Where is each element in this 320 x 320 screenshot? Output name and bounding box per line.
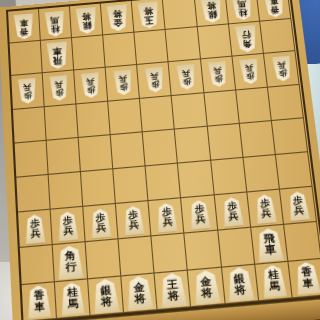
- cell-r5c7: [207, 124, 243, 161]
- piece-kanji: 銀 将: [206, 1, 217, 20]
- piece-kanji: 歩 兵: [293, 196, 305, 217]
- piece-white-pawn[interactable]: 歩 兵: [240, 59, 261, 85]
- cell-r3c8: 歩 兵: [232, 54, 268, 90]
- cell-r5c4: [111, 132, 146, 169]
- cell-r8c4: [119, 237, 155, 276]
- cell-r2c8: 角 行: [229, 22, 264, 57]
- piece-kanji: 歩 兵: [260, 199, 272, 220]
- piece-black-pawn[interactable]: 歩 兵: [123, 205, 145, 235]
- piece-kanji: 歩 兵: [150, 72, 160, 89]
- cell-r9c7: 銀 将: [222, 264, 259, 304]
- piece-kanji: 歩 兵: [95, 213, 106, 234]
- piece-kanji: 金 将: [200, 275, 213, 299]
- piece-kanji: 桂 馬: [237, 0, 248, 16]
- cell-r7c7: 歩 兵: [214, 193, 251, 231]
- cell-r7c2: 歩 兵: [50, 207, 85, 245]
- cell-r5c2: [46, 138, 81, 175]
- piece-kanji: 王 将: [167, 278, 180, 302]
- cell-r8c3: [86, 240, 122, 279]
- piece-black-rook[interactable]: 飛 車: [255, 227, 284, 262]
- piece-black-bishop[interactable]: 角 行: [56, 245, 84, 280]
- cell-r1c6: [163, 0, 197, 30]
- cell-r2c7: [197, 25, 232, 60]
- piece-white-pawn[interactable]: 歩 兵: [144, 67, 165, 93]
- piece-black-gold[interactable]: 金 将: [192, 269, 221, 304]
- cell-r3c9: 歩 兵: [264, 51, 300, 87]
- cell-r7c3: 歩 兵: [83, 204, 118, 242]
- piece-black-lance[interactable]: 香 車: [26, 285, 51, 319]
- piece-kanji: 銀 将: [81, 12, 91, 31]
- piece-white-silver[interactable]: 銀 将: [200, 0, 224, 24]
- piece-kanji: 銀 将: [234, 272, 247, 296]
- piece-kanji: 香 車: [269, 0, 280, 13]
- piece-white-lance[interactable]: 香 車: [13, 13, 34, 40]
- piece-black-silver[interactable]: 銀 将: [92, 278, 120, 314]
- piece-kanji: 角 行: [64, 250, 76, 273]
- piece-black-knight[interactable]: 桂 馬: [60, 282, 86, 316]
- cell-r8c5: [152, 234, 188, 273]
- piece-white-gold[interactable]: 金 将: [106, 4, 129, 32]
- piece-kanji: 金 将: [133, 281, 146, 305]
- piece-kanji: 玉 将: [144, 6, 155, 25]
- cell-r6c4: [113, 166, 148, 204]
- piece-kanji: 歩 兵: [213, 66, 223, 83]
- cell-r5c9: [272, 118, 309, 155]
- piece-kanji: 歩 兵: [30, 219, 41, 240]
- cell-r5c6: [175, 126, 211, 163]
- piece-white-lance[interactable]: 香 車: [262, 0, 285, 18]
- cell-r3c2: 歩 兵: [42, 71, 76, 107]
- cell-r9c6: 金 将: [188, 267, 225, 307]
- cell-r6c2: [48, 172, 83, 210]
- cell-r7c8: 歩 兵: [247, 190, 284, 228]
- piece-kanji: 飛 車: [263, 233, 276, 256]
- piece-black-knight[interactable]: 桂 馬: [260, 264, 287, 298]
- piece-black-gold[interactable]: 金 将: [125, 275, 153, 310]
- cell-r4c9: [268, 84, 304, 120]
- piece-kanji: 歩 兵: [128, 210, 139, 231]
- cell-r8c1: [19, 245, 54, 284]
- piece-kanji: 飛 車: [52, 46, 62, 65]
- piece-white-knight[interactable]: 桂 馬: [231, 0, 254, 20]
- cell-r7c5: 歩 兵: [149, 198, 185, 236]
- cell-r2c1: [9, 41, 42, 76]
- cell-r6c1: [16, 175, 51, 213]
- cell-r4c3: [76, 101, 110, 138]
- piece-kanji: 歩 兵: [118, 75, 128, 92]
- cell-r5c3: [79, 135, 114, 172]
- cell-r7c1: 歩 兵: [18, 210, 53, 249]
- cell-r9c4: 金 将: [121, 273, 157, 313]
- cell-r9c8: 桂 馬: [255, 261, 293, 301]
- cell-r7c6: 歩 兵: [182, 195, 218, 233]
- piece-kanji: 銀 将: [100, 284, 113, 308]
- cell-r6c3: [81, 169, 116, 207]
- cell-r2c4: [103, 33, 137, 68]
- cell-r2c6: [166, 27, 201, 62]
- piece-kanji: 歩 兵: [245, 63, 255, 80]
- cell-r1c3: 銀 将: [70, 4, 104, 39]
- cell-r6c7: [211, 158, 247, 196]
- cell-r4c8: [236, 87, 272, 123]
- piece-black-lance[interactable]: 香 車: [294, 261, 320, 295]
- piece-kanji: 香 車: [33, 290, 45, 313]
- cell-r2c5: [135, 30, 169, 65]
- cell-r7c9: 歩 兵: [280, 187, 317, 225]
- board-grid: 香 車桂 馬銀 将金 将玉 将銀 将桂 馬香 車飛 車角 行歩 兵歩 兵歩 兵歩…: [5, 0, 320, 320]
- piece-black-silver[interactable]: 銀 将: [226, 266, 255, 301]
- piece-kanji: 歩 兵: [86, 77, 95, 94]
- cell-r5c5: [143, 129, 178, 166]
- piece-white-silver[interactable]: 銀 将: [75, 7, 98, 35]
- cell-r9c2: 桂 馬: [55, 279, 91, 319]
- cell-r9c3: 銀 将: [88, 276, 124, 316]
- cell-r5c1: [14, 141, 48, 178]
- cell-r8c6: [185, 231, 222, 270]
- cell-r3c1: 歩 兵: [11, 74, 45, 110]
- cell-r3c4: 歩 兵: [106, 65, 140, 101]
- piece-white-pawn[interactable]: 歩 兵: [18, 78, 38, 104]
- piece-black-pawn[interactable]: 歩 兵: [254, 194, 277, 224]
- cell-r1c2: 桂 馬: [39, 6, 72, 41]
- board-tilt-wrapper: 香 車桂 馬銀 将金 将玉 将銀 将桂 馬香 車飛 車角 行歩 兵歩 兵歩 兵歩…: [0, 0, 320, 320]
- cell-r1c5: 玉 将: [132, 0, 166, 33]
- piece-kanji: 歩 兵: [23, 83, 32, 100]
- piece-white-rook[interactable]: 飛 車: [46, 42, 69, 70]
- cell-r1c1: 香 車: [8, 9, 41, 44]
- piece-kanji: 歩 兵: [62, 216, 73, 237]
- piece-white-pawn[interactable]: 歩 兵: [176, 65, 197, 91]
- piece-black-pawn[interactable]: 歩 兵: [188, 199, 211, 229]
- piece-kanji: 歩 兵: [277, 61, 287, 78]
- piece-black-pawn[interactable]: 歩 兵: [24, 214, 46, 245]
- cell-r4c2: [44, 104, 78, 141]
- piece-kanji: 金 将: [112, 9, 123, 28]
- piece-black-king[interactable]: 王 将: [159, 272, 188, 307]
- cell-r4c7: [204, 90, 240, 126]
- piece-kanji: 桂 馬: [67, 287, 79, 310]
- photo-scene: 香 車桂 馬銀 将金 将玉 将銀 将桂 馬香 車飛 車角 行歩 兵歩 兵歩 兵歩…: [0, 0, 320, 320]
- piece-kanji: 香 車: [301, 267, 314, 290]
- cell-r8c2: 角 行: [52, 243, 88, 282]
- piece-black-pawn[interactable]: 歩 兵: [90, 208, 112, 238]
- cell-r4c5: [140, 96, 175, 132]
- cell-r1c8: 桂 馬: [225, 0, 260, 25]
- piece-kanji: 香 車: [19, 17, 29, 35]
- cell-r2c2: 飛 車: [41, 38, 75, 73]
- cell-r1c7: 銀 将: [194, 0, 229, 27]
- cell-r8c8: 飛 車: [251, 225, 288, 264]
- cell-r6c9: [276, 152, 313, 190]
- board-face: 香 車桂 馬銀 将金 将玉 将銀 将桂 馬香 車飛 車角 行歩 兵歩 兵歩 兵歩…: [0, 0, 320, 320]
- piece-kanji: 角 行: [241, 30, 252, 49]
- cell-r2c3: [72, 36, 106, 71]
- piece-black-pawn[interactable]: 歩 兵: [287, 191, 311, 221]
- piece-kanji: 歩 兵: [161, 207, 172, 228]
- cell-r4c1: [12, 107, 46, 144]
- piece-white-pawn[interactable]: 歩 兵: [81, 73, 101, 99]
- cell-r4c6: [172, 93, 207, 129]
- piece-white-bishop[interactable]: 角 行: [234, 25, 258, 53]
- piece-white-pawn[interactable]: 歩 兵: [271, 56, 292, 82]
- cell-r3c3: 歩 兵: [74, 68, 108, 104]
- piece-white-king[interactable]: 玉 将: [137, 2, 160, 30]
- cell-r3c5: 歩 兵: [137, 63, 172, 99]
- cell-r8c9: [284, 222, 320, 261]
- cell-r3c7: 歩 兵: [201, 57, 236, 93]
- piece-white-pawn[interactable]: 歩 兵: [208, 62, 229, 88]
- cell-r4c4: [108, 98, 143, 134]
- cell-r8c7: [218, 228, 255, 267]
- piece-black-pawn[interactable]: 歩 兵: [221, 197, 244, 227]
- cell-r9c1: 香 車: [21, 282, 57, 320]
- cell-r9c5: 王 将: [155, 270, 192, 310]
- cell-r1c4: 金 将: [101, 1, 135, 36]
- cell-r5c8: [240, 121, 276, 158]
- piece-kanji: 歩 兵: [182, 69, 192, 86]
- cell-r2c9: [260, 19, 295, 54]
- cell-r6c6: [178, 161, 214, 199]
- piece-white-pawn[interactable]: 歩 兵: [113, 70, 133, 96]
- piece-kanji: 歩 兵: [55, 80, 64, 97]
- piece-kanji: 歩 兵: [194, 204, 206, 225]
- cell-r9c9: 香 車: [288, 258, 320, 298]
- piece-kanji: 歩 兵: [227, 201, 239, 222]
- shogi-board: 香 車桂 馬銀 将金 将玉 将銀 将桂 馬香 車飛 車角 行歩 兵歩 兵歩 兵歩…: [0, 0, 320, 320]
- piece-white-pawn[interactable]: 歩 兵: [49, 76, 69, 102]
- piece-black-pawn[interactable]: 歩 兵: [57, 211, 79, 242]
- piece-black-pawn[interactable]: 歩 兵: [155, 202, 178, 232]
- cell-r3c6: 歩 兵: [169, 60, 204, 96]
- cell-r6c8: [243, 155, 280, 193]
- piece-white-knight[interactable]: 桂 馬: [44, 10, 66, 37]
- cell-r6c5: [146, 163, 182, 201]
- piece-kanji: 桂 馬: [50, 15, 60, 33]
- piece-kanji: 桂 馬: [267, 270, 280, 293]
- cell-r7c4: 歩 兵: [116, 201, 152, 239]
